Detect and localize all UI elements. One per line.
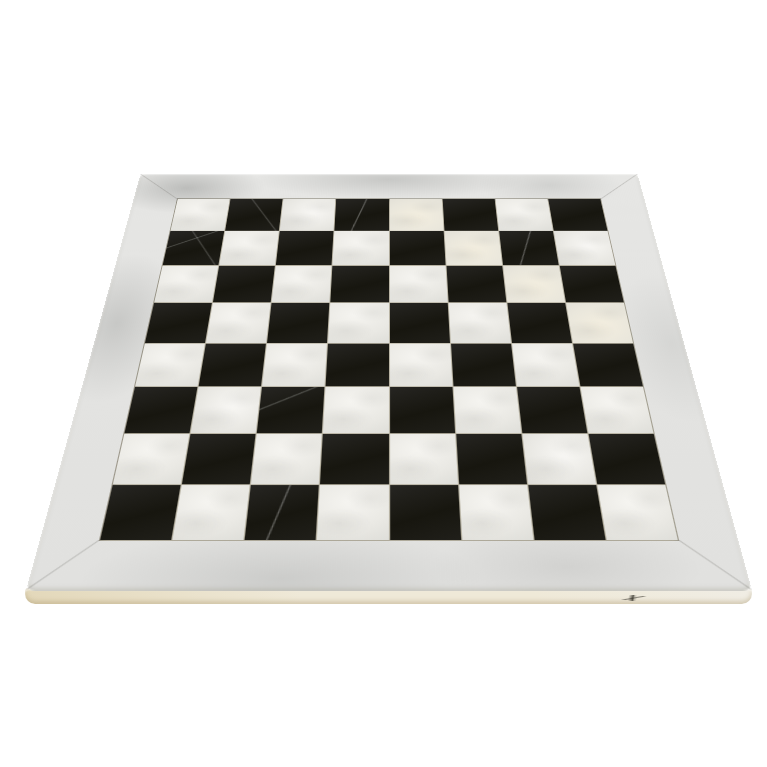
square-b4 [199,343,266,386]
square-e8 [389,199,443,231]
chessboard [26,174,752,591]
square-g3 [517,387,587,433]
square-a2 [113,434,190,484]
square-g7 [499,231,559,265]
square-a4 [135,343,205,386]
square-c8 [280,199,336,231]
square-e6 [389,266,447,303]
square-h3 [580,387,653,433]
square-b6 [213,266,275,303]
product-photo-chessboard [0,0,767,767]
square-d3 [323,387,388,433]
square-c2 [251,434,322,484]
square-f7 [444,231,502,265]
square-a5 [145,303,212,342]
board-grid [100,199,678,540]
square-g2 [522,434,596,484]
frame-miter-seam-bottom-right [679,540,752,590]
square-a1 [100,485,181,540]
square-c3 [257,387,325,433]
square-d8 [335,199,389,231]
square-h4 [573,343,643,386]
square-e7 [389,231,445,265]
square-f6 [446,266,506,303]
square-b3 [191,387,261,433]
square-f8 [442,199,498,231]
square-f1 [459,485,533,540]
square-h5 [566,303,633,342]
square-b5 [206,303,271,342]
frame-miter-seam-top-right [601,174,638,199]
square-e4 [390,343,453,386]
square-d4 [326,343,389,386]
square-f2 [456,434,527,484]
frame-miter-seam-top-left [141,174,178,199]
square-d1 [317,485,388,540]
square-d5 [328,303,388,342]
square-h2 [588,434,665,484]
square-c5 [267,303,329,342]
square-a6 [154,266,218,303]
square-g5 [507,303,572,342]
square-b7 [219,231,279,265]
square-h6 [560,266,624,303]
square-e3 [390,387,455,433]
square-b2 [182,434,256,484]
square-f5 [448,303,510,342]
square-c1 [245,485,319,540]
square-d7 [333,231,389,265]
square-c6 [272,266,332,303]
square-c4 [262,343,327,386]
square-f3 [453,387,521,433]
square-d6 [331,266,389,303]
square-f4 [451,343,516,386]
square-e1 [390,485,461,540]
square-e5 [389,303,449,342]
square-b8 [225,199,282,231]
square-a8 [171,199,230,231]
square-h8 [548,199,607,231]
square-c7 [276,231,334,265]
frame-miter-seam-bottom-left [27,540,100,590]
square-g6 [503,266,565,303]
square-h7 [554,231,616,265]
square-b1 [173,485,250,540]
board-inlay [99,198,679,540]
marble-vein-mark [620,595,648,601]
square-g4 [512,343,579,386]
square-g8 [495,199,552,231]
square-g1 [528,485,605,540]
square-h1 [597,485,678,540]
square-a3 [125,387,198,433]
square-d2 [320,434,388,484]
square-a7 [163,231,225,265]
square-e2 [390,434,458,484]
